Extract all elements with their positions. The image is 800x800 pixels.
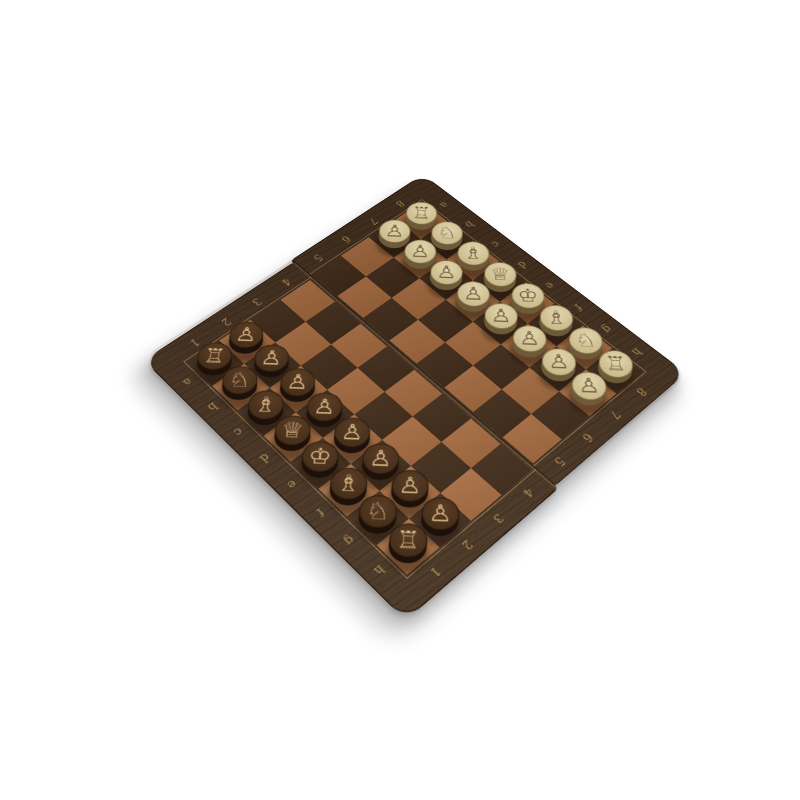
pawn-icon: ♙ — [578, 376, 601, 397]
king-icon: ♔ — [308, 445, 333, 468]
pawn-icon: ♙ — [369, 447, 393, 470]
rook-icon: ♖ — [604, 354, 627, 374]
pawn-icon: ♙ — [286, 372, 310, 393]
knight-icon: ♘ — [227, 370, 252, 391]
pawn-icon: ♙ — [312, 396, 336, 417]
rook-icon: ♖ — [202, 346, 227, 366]
chess-board: aabbccddeeffgghh8877665544332211♖♘♗♕♔♗♘♖… — [143, 175, 685, 616]
pawn-icon: ♙ — [340, 422, 364, 444]
bishop-icon: ♗ — [253, 394, 278, 415]
pawn-icon: ♙ — [398, 474, 422, 497]
rook-icon: ♖ — [396, 528, 421, 553]
pawn-icon: ♙ — [428, 502, 452, 526]
knight-icon: ♘ — [365, 500, 390, 524]
pawn-icon: ♙ — [260, 348, 284, 368]
bishop-icon: ♗ — [336, 472, 361, 495]
product-photo-page: aabbccddeeffgghh8877665544332211♖♘♗♕♔♗♘♖… — [0, 0, 800, 800]
queen-icon: ♕ — [280, 419, 305, 441]
pawn-icon: ♙ — [548, 352, 571, 372]
